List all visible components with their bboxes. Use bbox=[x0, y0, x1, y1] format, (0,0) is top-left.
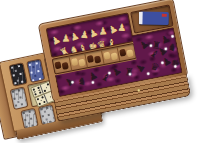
grey-dice-stack bbox=[10, 86, 29, 110]
velvet-sparkle bbox=[92, 81, 94, 83]
domino-pip bbox=[45, 87, 47, 89]
light-chess-piece: ♟ bbox=[117, 23, 127, 33]
latch-pin bbox=[137, 89, 141, 93]
cards-seal bbox=[162, 13, 167, 16]
velvet-sparkle bbox=[147, 73, 149, 75]
blue-dice-stack bbox=[26, 58, 45, 83]
dark-game-piece bbox=[94, 56, 101, 64]
domino-pip bbox=[43, 101, 45, 103]
velvet-sparkle bbox=[171, 35, 173, 37]
light-game-piece bbox=[71, 58, 78, 66]
light-game-piece bbox=[78, 59, 85, 67]
dark-game-piece bbox=[62, 62, 69, 70]
dark-game-piece bbox=[54, 61, 61, 69]
domino-pip bbox=[37, 87, 39, 89]
domino-pip bbox=[37, 98, 39, 100]
domino-pip bbox=[39, 103, 41, 105]
black-dice-stack bbox=[9, 62, 28, 87]
dark-game-piece bbox=[120, 49, 127, 57]
velvet-sparkle bbox=[165, 48, 167, 50]
velvet-sparkle bbox=[174, 65, 176, 67]
velvet-sparkle bbox=[108, 72, 110, 74]
velvet-sparkle bbox=[71, 81, 73, 83]
light-game-piece bbox=[127, 49, 134, 57]
domino-pip bbox=[40, 100, 42, 102]
photo-stage: ♟♟♟♟♟♟♟♟ ♜♞♝♚♛♝ ♟♞♟♝♟♜♟♛♟♚♟♜♟♞♝♟ bbox=[0, 0, 200, 143]
domino-pip bbox=[34, 93, 36, 95]
light-game-piece bbox=[110, 52, 117, 60]
dark-game-piece bbox=[87, 55, 94, 63]
tray-cell bbox=[118, 44, 136, 61]
light-game-piece bbox=[103, 52, 110, 60]
velvet-sparkle bbox=[129, 73, 131, 75]
domino-pip bbox=[41, 96, 43, 98]
domino-pip bbox=[39, 92, 41, 94]
compendium-box: ♟♟♟♟♟♟♟♟ ♜♞♝♚♛♝ ♟♞♟♝♟♜♟♛♟♚♟♜♟♞♝♟ bbox=[38, 0, 191, 122]
playing-cards-box bbox=[139, 11, 169, 25]
dark-chess-piece: ♟ bbox=[134, 62, 147, 75]
dark-chess-piece: ♞ bbox=[76, 76, 87, 88]
dark-chess-piece: ♟ bbox=[63, 75, 76, 88]
dark-chess-piece: ♟ bbox=[110, 65, 123, 78]
domino-pip bbox=[33, 88, 35, 90]
velvet-sparkle bbox=[150, 45, 152, 47]
velvet-sparkle bbox=[161, 62, 163, 64]
dark-chess-piece: ♛ bbox=[149, 61, 161, 73]
domino-pip bbox=[44, 90, 46, 92]
